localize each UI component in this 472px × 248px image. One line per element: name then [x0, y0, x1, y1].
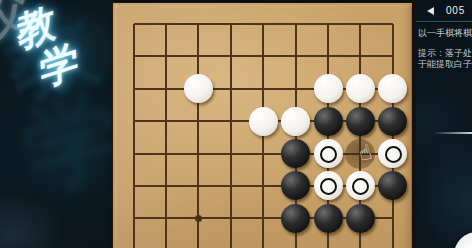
- puzzle-number: 005: [446, 5, 465, 16]
- board-cell[interactable]: [150, 73, 182, 105]
- calligraphy-xue: 学: [31, 41, 81, 91]
- board-cell[interactable]: [215, 105, 247, 137]
- black-stone: [346, 107, 375, 136]
- board-cell[interactable]: [215, 8, 247, 40]
- board-cell[interactable]: [312, 170, 344, 202]
- board-cell[interactable]: [377, 40, 409, 72]
- board-cell[interactable]: [150, 202, 182, 234]
- board-cell[interactable]: [182, 235, 214, 248]
- white-stone: [249, 107, 278, 136]
- board-cell[interactable]: [118, 235, 150, 248]
- board-cell[interactable]: [312, 105, 344, 137]
- board-cell[interactable]: [118, 170, 150, 202]
- board-cell[interactable]: [247, 8, 279, 40]
- white-stone: [184, 74, 213, 103]
- calligraphy-banner: 教 学 父 教 学: [0, 0, 113, 248]
- board-cell[interactable]: [377, 170, 409, 202]
- board-cell[interactable]: [247, 170, 279, 202]
- board-cell[interactable]: [215, 202, 247, 234]
- hint-line-1: 提示：落子处: [418, 48, 472, 59]
- board-cell[interactable]: [344, 105, 376, 137]
- capture-mark-circle: [320, 146, 337, 163]
- white-stone: [346, 74, 375, 103]
- board-cell[interactable]: [344, 202, 376, 234]
- info-panel: 005 以一手棋将棋枰 提示：落子处 于能提取白子: [416, 0, 472, 248]
- board-cell[interactable]: [377, 202, 409, 234]
- black-stone: [378, 171, 407, 200]
- board-cell[interactable]: [118, 105, 150, 137]
- white-stone: [314, 74, 343, 103]
- marked-white-stone: [314, 139, 343, 168]
- board-cell[interactable]: [150, 235, 182, 248]
- board-cell[interactable]: [312, 40, 344, 72]
- board-cell[interactable]: [182, 105, 214, 137]
- board-cell[interactable]: [377, 235, 409, 248]
- puzzle-description: 以一手棋将棋枰: [418, 28, 472, 39]
- capture-mark-circle: [320, 178, 337, 195]
- board-cell[interactable]: [150, 137, 182, 169]
- board-cell[interactable]: [150, 105, 182, 137]
- board-cell[interactable]: [118, 202, 150, 234]
- hint-line-2: 于能提取白子: [418, 59, 472, 70]
- board-cell[interactable]: [247, 202, 279, 234]
- board-cell[interactable]: [150, 40, 182, 72]
- board-cell[interactable]: [215, 137, 247, 169]
- board-cell[interactable]: [279, 105, 311, 137]
- board-cell[interactable]: [150, 8, 182, 40]
- board-cell[interactable]: [215, 40, 247, 72]
- board-cell[interactable]: [344, 8, 376, 40]
- board-cell[interactable]: [344, 73, 376, 105]
- capture-mark-circle: [352, 178, 369, 195]
- board-cell[interactable]: [344, 170, 376, 202]
- puzzle-nav: 005: [416, 0, 472, 21]
- board-cell[interactable]: [118, 137, 150, 169]
- board-cell[interactable]: [312, 202, 344, 234]
- white-stone: [378, 74, 407, 103]
- board-cell[interactable]: [279, 73, 311, 105]
- black-stone: [314, 107, 343, 136]
- board-cell[interactable]: [344, 40, 376, 72]
- board-cell[interactable]: [182, 40, 214, 72]
- black-stone: [281, 204, 310, 233]
- board-cell[interactable]: [182, 73, 214, 105]
- board-cell[interactable]: [182, 170, 214, 202]
- board-cell[interactable]: [215, 170, 247, 202]
- board-cell[interactable]: [377, 105, 409, 137]
- capture-mark-circle: [385, 146, 402, 163]
- go-teaching-screen: 教 学 父 教 学 ☝ 005 以一手棋将棋枰 提示：落子处 于能提取白子: [0, 0, 472, 248]
- board-cell[interactable]: [312, 235, 344, 248]
- board-cell[interactable]: [150, 170, 182, 202]
- board-cell[interactable]: [215, 235, 247, 248]
- panel-divider: [416, 21, 472, 22]
- black-stone: [314, 204, 343, 233]
- board-cell[interactable]: [182, 137, 214, 169]
- board-cell[interactable]: [279, 8, 311, 40]
- board-cell[interactable]: [182, 202, 214, 234]
- white-stone: [281, 107, 310, 136]
- board-cell[interactable]: [312, 8, 344, 40]
- marked-white-stone: [378, 139, 407, 168]
- white-stone-decoration: [454, 232, 472, 248]
- board-cell[interactable]: [377, 137, 409, 169]
- board-cell[interactable]: [312, 73, 344, 105]
- board-cell[interactable]: [377, 73, 409, 105]
- board-cell[interactable]: [118, 8, 150, 40]
- black-stone: [281, 171, 310, 200]
- board-cell[interactable]: [182, 8, 214, 40]
- board-cell[interactable]: [344, 235, 376, 248]
- star-point: [195, 215, 202, 222]
- black-stone: [281, 139, 310, 168]
- marked-white-stone: [314, 171, 343, 200]
- board-cell[interactable]: [247, 137, 279, 169]
- board-cell[interactable]: [118, 40, 150, 72]
- go-board[interactable]: ☝: [112, 2, 414, 248]
- puzzle-hint: 提示：落子处 于能提取白子: [418, 48, 472, 69]
- black-stone: [378, 107, 407, 136]
- board-cell[interactable]: [247, 105, 279, 137]
- decorative-light-streak: [433, 132, 472, 134]
- board-cell[interactable]: [377, 8, 409, 40]
- board-cell[interactable]: [215, 73, 247, 105]
- board-cell[interactable]: [279, 235, 311, 248]
- prev-puzzle-button[interactable]: [427, 7, 434, 15]
- board-cell[interactable]: [279, 137, 311, 169]
- board-cell[interactable]: [312, 137, 344, 169]
- board-cell[interactable]: [247, 40, 279, 72]
- board-cell[interactable]: [247, 235, 279, 248]
- board-cell[interactable]: [118, 73, 150, 105]
- go-board-grid: [118, 8, 410, 248]
- board-cell[interactable]: [279, 40, 311, 72]
- marked-white-stone: [346, 171, 375, 200]
- board-cell[interactable]: [279, 170, 311, 202]
- board-cell[interactable]: [279, 202, 311, 234]
- black-stone: [346, 204, 375, 233]
- board-cell[interactable]: [247, 73, 279, 105]
